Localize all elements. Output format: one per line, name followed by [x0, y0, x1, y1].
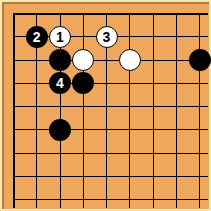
white-stone — [119, 49, 141, 71]
grid-line-horizontal — [13, 83, 209, 84]
move-number-label: 2 — [33, 30, 41, 44]
grid-line-horizontal — [13, 60, 209, 61]
white-stone — [72, 49, 94, 71]
move-number-label: 1 — [56, 30, 64, 44]
go-board-diagram: 1234 — [0, 0, 211, 211]
board-surface: 1234 — [2, 2, 209, 209]
grid-line-vertical — [83, 13, 84, 209]
black-stone: 4 — [49, 72, 71, 94]
grid-line-horizontal — [13, 199, 209, 200]
white-stone: 1 — [49, 26, 71, 48]
black-stone: 2 — [26, 26, 48, 48]
white-stone: 3 — [96, 26, 118, 48]
grid-line-horizontal — [13, 153, 209, 154]
black-stone — [189, 49, 211, 71]
grid-line-vertical — [153, 13, 154, 209]
grid-line-vertical — [199, 13, 200, 209]
move-number-label: 3 — [103, 30, 111, 44]
black-stone — [49, 119, 71, 141]
board-edge-line-vertical — [13, 13, 15, 209]
board-edge-line-horizontal — [13, 13, 209, 15]
black-stone — [72, 72, 94, 94]
grid-line-horizontal — [13, 106, 209, 107]
move-number-label: 4 — [56, 76, 64, 90]
grid-line-vertical — [129, 13, 130, 209]
grid-line-horizontal — [13, 129, 209, 130]
grid-line-vertical — [176, 13, 177, 209]
grid-line-horizontal — [13, 176, 209, 177]
black-stone — [49, 49, 71, 71]
